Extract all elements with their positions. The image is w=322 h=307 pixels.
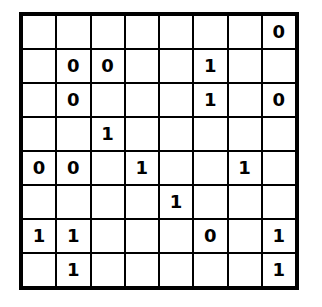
cell-r6c2[interactable] <box>57 186 89 218</box>
cell-r4c3: 1 <box>92 118 124 150</box>
cell-r7c8: 1 <box>263 220 295 252</box>
cell-r2c2: 0 <box>57 50 89 82</box>
cell-r3c1[interactable] <box>23 84 55 116</box>
cell-r8c2: 1 <box>57 254 89 286</box>
cell-r1c2[interactable] <box>57 16 89 48</box>
cell-r1c3[interactable] <box>92 16 124 48</box>
cell-r1c5[interactable] <box>160 16 192 48</box>
cell-r4c8[interactable] <box>263 118 295 150</box>
cell-r5c7: 1 <box>229 152 261 184</box>
cell-r2c1[interactable] <box>23 50 55 82</box>
cell-r8c7[interactable] <box>229 254 261 286</box>
given-digit: 0 <box>273 23 286 41</box>
given-digit: 0 <box>273 91 286 109</box>
given-digit: 1 <box>33 227 46 245</box>
cell-r4c5[interactable] <box>160 118 192 150</box>
cell-r6c8[interactable] <box>263 186 295 218</box>
cell-r2c8[interactable] <box>263 50 295 82</box>
given-digit: 0 <box>67 91 80 109</box>
given-digit: 1 <box>67 261 80 279</box>
cell-r2c6: 1 <box>194 50 226 82</box>
cell-r2c3: 0 <box>92 50 124 82</box>
given-digit: 1 <box>67 227 80 245</box>
cell-r2c4[interactable] <box>126 50 158 82</box>
cell-r6c6[interactable] <box>194 186 226 218</box>
cell-r6c1[interactable] <box>23 186 55 218</box>
page: 0001010100111110111 <box>0 0 322 307</box>
given-digit: 1 <box>170 193 183 211</box>
cell-r3c8: 0 <box>263 84 295 116</box>
cell-r8c3[interactable] <box>92 254 124 286</box>
cell-r4c6[interactable] <box>194 118 226 150</box>
cell-r4c4[interactable] <box>126 118 158 150</box>
cell-r8c5[interactable] <box>160 254 192 286</box>
cell-r3c2: 0 <box>57 84 89 116</box>
cell-r8c4[interactable] <box>126 254 158 286</box>
cell-r7c4[interactable] <box>126 220 158 252</box>
cell-r7c5[interactable] <box>160 220 192 252</box>
cell-r6c5: 1 <box>160 186 192 218</box>
given-digit: 0 <box>33 159 46 177</box>
cell-r5c1: 0 <box>23 152 55 184</box>
cell-r6c3[interactable] <box>92 186 124 218</box>
cell-r5c8[interactable] <box>263 152 295 184</box>
given-digit: 0 <box>204 227 217 245</box>
cell-r3c7[interactable] <box>229 84 261 116</box>
cell-r6c4[interactable] <box>126 186 158 218</box>
given-digit: 1 <box>273 261 286 279</box>
cell-r2c7[interactable] <box>229 50 261 82</box>
cell-r4c2[interactable] <box>57 118 89 150</box>
cell-r4c1[interactable] <box>23 118 55 150</box>
cell-r7c1: 1 <box>23 220 55 252</box>
cell-r1c8: 0 <box>263 16 295 48</box>
cell-r1c4[interactable] <box>126 16 158 48</box>
cell-r3c5[interactable] <box>160 84 192 116</box>
cell-r7c3[interactable] <box>92 220 124 252</box>
cell-r7c2: 1 <box>57 220 89 252</box>
cell-r3c3[interactable] <box>92 84 124 116</box>
binairo-board: 0001010100111110111 <box>19 12 299 290</box>
cell-r1c1[interactable] <box>23 16 55 48</box>
given-digit: 1 <box>273 227 286 245</box>
cell-r2c5[interactable] <box>160 50 192 82</box>
cell-r3c4[interactable] <box>126 84 158 116</box>
given-digit: 1 <box>101 125 114 143</box>
cell-r5c3[interactable] <box>92 152 124 184</box>
cell-r1c6[interactable] <box>194 16 226 48</box>
cell-r3c6: 1 <box>194 84 226 116</box>
cell-r5c4: 1 <box>126 152 158 184</box>
cell-r5c5[interactable] <box>160 152 192 184</box>
cell-r4c7[interactable] <box>229 118 261 150</box>
cell-r5c6[interactable] <box>194 152 226 184</box>
cell-r1c7[interactable] <box>229 16 261 48</box>
cell-r8c6[interactable] <box>194 254 226 286</box>
cell-r7c7[interactable] <box>229 220 261 252</box>
given-digit: 0 <box>67 159 80 177</box>
given-digit: 1 <box>238 159 251 177</box>
cell-r8c8: 1 <box>263 254 295 286</box>
given-digit: 1 <box>136 159 149 177</box>
cell-r7c6: 0 <box>194 220 226 252</box>
given-digit: 1 <box>204 91 217 109</box>
given-digit: 0 <box>67 57 80 75</box>
cell-r6c7[interactable] <box>229 186 261 218</box>
given-digit: 1 <box>204 57 217 75</box>
given-digit: 0 <box>101 57 114 75</box>
cell-r8c1[interactable] <box>23 254 55 286</box>
cell-r5c2: 0 <box>57 152 89 184</box>
